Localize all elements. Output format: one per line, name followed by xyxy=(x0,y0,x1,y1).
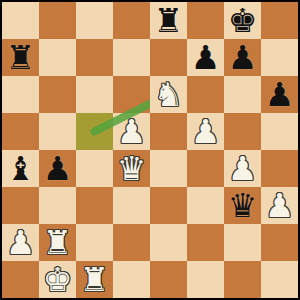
square-g8[interactable]: ♚ xyxy=(224,2,261,39)
square-c5[interactable] xyxy=(76,113,113,150)
square-a6[interactable] xyxy=(2,76,39,113)
square-d2[interactable] xyxy=(113,224,150,261)
square-c1[interactable]: ♜ xyxy=(76,261,113,298)
white-king-b1[interactable]: ♚ xyxy=(39,261,76,298)
square-b2[interactable]: ♜ xyxy=(39,224,76,261)
square-c2[interactable] xyxy=(76,224,113,261)
black-pawn-f7[interactable]: ♟ xyxy=(187,39,224,76)
black-rook-a7[interactable]: ♜ xyxy=(2,39,39,76)
black-pawn-h6[interactable]: ♟ xyxy=(261,76,298,113)
square-e6[interactable]: ♞ xyxy=(150,76,187,113)
white-pawn-h3[interactable]: ♟ xyxy=(261,187,298,224)
square-f3[interactable] xyxy=(187,187,224,224)
square-h4[interactable] xyxy=(261,150,298,187)
square-b6[interactable] xyxy=(39,76,76,113)
square-h2[interactable] xyxy=(261,224,298,261)
white-rook-c1[interactable]: ♜ xyxy=(76,261,113,298)
square-e4[interactable] xyxy=(150,150,187,187)
black-rook-e8[interactable]: ♜ xyxy=(150,2,187,39)
square-b8[interactable] xyxy=(39,2,76,39)
square-a2[interactable]: ♟ xyxy=(2,224,39,261)
white-rook-b2[interactable]: ♜ xyxy=(39,224,76,261)
black-pawn-b4[interactable]: ♟ xyxy=(39,150,76,187)
square-e3[interactable] xyxy=(150,187,187,224)
white-pawn-f5[interactable]: ♟ xyxy=(187,113,224,150)
square-b7[interactable] xyxy=(39,39,76,76)
board-grid: ♜♚♜♟♟♞♟♟♟♝♟♛♟♛♟♟♜♚♜ xyxy=(2,2,298,298)
square-d4[interactable]: ♛ xyxy=(113,150,150,187)
white-queen-d4[interactable]: ♛ xyxy=(113,150,150,187)
white-pawn-a2[interactable]: ♟ xyxy=(2,224,39,261)
square-b1[interactable]: ♚ xyxy=(39,261,76,298)
white-knight-e6[interactable]: ♞ xyxy=(150,76,187,113)
square-d6[interactable] xyxy=(113,76,150,113)
black-bishop-a4[interactable]: ♝ xyxy=(2,150,39,187)
square-f1[interactable] xyxy=(187,261,224,298)
white-pawn-g4[interactable]: ♟ xyxy=(224,150,261,187)
black-pawn-g7[interactable]: ♟ xyxy=(224,39,261,76)
square-b4[interactable]: ♟ xyxy=(39,150,76,187)
square-f7[interactable]: ♟ xyxy=(187,39,224,76)
square-f8[interactable] xyxy=(187,2,224,39)
square-c4[interactable] xyxy=(76,150,113,187)
square-f6[interactable] xyxy=(187,76,224,113)
square-g7[interactable]: ♟ xyxy=(224,39,261,76)
square-d5[interactable]: ♟ xyxy=(113,113,150,150)
square-f2[interactable] xyxy=(187,224,224,261)
square-d7[interactable] xyxy=(113,39,150,76)
chess-board: ♜♚♜♟♟♞♟♟♟♝♟♛♟♛♟♟♜♚♜ xyxy=(0,0,300,300)
black-queen-g3[interactable]: ♛ xyxy=(224,187,261,224)
square-a4[interactable]: ♝ xyxy=(2,150,39,187)
square-h7[interactable] xyxy=(261,39,298,76)
square-g6[interactable] xyxy=(224,76,261,113)
square-a7[interactable]: ♜ xyxy=(2,39,39,76)
square-g4[interactable]: ♟ xyxy=(224,150,261,187)
square-h1[interactable] xyxy=(261,261,298,298)
square-e8[interactable]: ♜ xyxy=(150,2,187,39)
square-e1[interactable] xyxy=(150,261,187,298)
square-a5[interactable] xyxy=(2,113,39,150)
square-g1[interactable] xyxy=(224,261,261,298)
square-e7[interactable] xyxy=(150,39,187,76)
square-d1[interactable] xyxy=(113,261,150,298)
square-e2[interactable] xyxy=(150,224,187,261)
square-d3[interactable] xyxy=(113,187,150,224)
square-a3[interactable] xyxy=(2,187,39,224)
square-f4[interactable] xyxy=(187,150,224,187)
square-h3[interactable]: ♟ xyxy=(261,187,298,224)
square-f5[interactable]: ♟ xyxy=(187,113,224,150)
square-h8[interactable] xyxy=(261,2,298,39)
square-b3[interactable] xyxy=(39,187,76,224)
square-g2[interactable] xyxy=(224,224,261,261)
square-e5[interactable] xyxy=(150,113,187,150)
square-c6[interactable] xyxy=(76,76,113,113)
square-d8[interactable] xyxy=(113,2,150,39)
square-h6[interactable]: ♟ xyxy=(261,76,298,113)
square-h5[interactable] xyxy=(261,113,298,150)
square-a8[interactable] xyxy=(2,2,39,39)
square-c8[interactable] xyxy=(76,2,113,39)
white-pawn-d5[interactable]: ♟ xyxy=(113,113,150,150)
square-b5[interactable] xyxy=(39,113,76,150)
square-a1[interactable] xyxy=(2,261,39,298)
square-g3[interactable]: ♛ xyxy=(224,187,261,224)
square-c7[interactable] xyxy=(76,39,113,76)
square-c3[interactable] xyxy=(76,187,113,224)
square-g5[interactable] xyxy=(224,113,261,150)
black-king-g8[interactable]: ♚ xyxy=(224,2,261,39)
